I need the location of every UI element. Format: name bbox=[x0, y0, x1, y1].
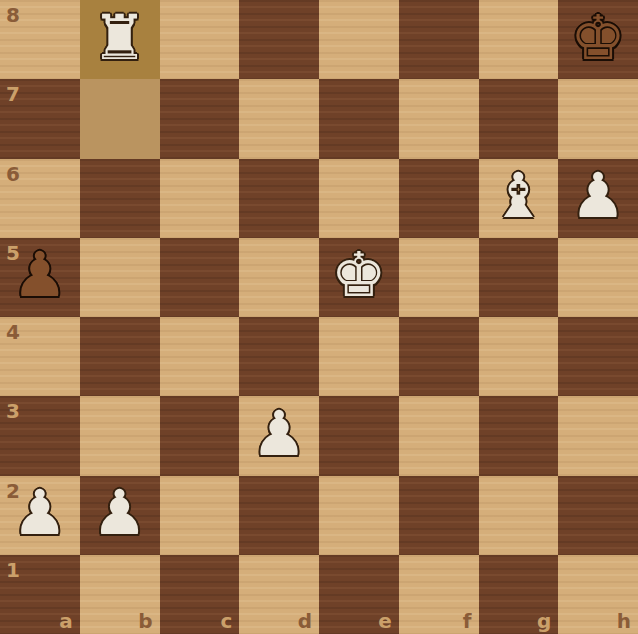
square-a3[interactable]: 3 bbox=[0, 396, 80, 475]
square-e8[interactable] bbox=[319, 0, 399, 79]
square-h5[interactable] bbox=[558, 238, 638, 317]
square-d8[interactable] bbox=[239, 0, 319, 79]
rank-label-4: 4 bbox=[6, 322, 20, 342]
square-c1[interactable]: c bbox=[160, 555, 240, 634]
square-f1[interactable]: f bbox=[399, 555, 479, 634]
square-a7[interactable]: 7 bbox=[0, 79, 80, 158]
square-e1[interactable]: e bbox=[319, 555, 399, 634]
square-e7[interactable] bbox=[319, 79, 399, 158]
square-d5[interactable] bbox=[239, 238, 319, 317]
square-b5[interactable] bbox=[80, 238, 160, 317]
square-h6[interactable]: ♟ bbox=[558, 159, 638, 238]
square-a6[interactable]: 6 bbox=[0, 159, 80, 238]
white-king[interactable]: ♚ bbox=[331, 244, 387, 306]
square-f2[interactable] bbox=[399, 476, 479, 555]
rank-label-3: 3 bbox=[6, 401, 20, 421]
square-g5[interactable] bbox=[479, 238, 559, 317]
square-h1[interactable]: h bbox=[558, 555, 638, 634]
white-rook[interactable]: ♜ bbox=[92, 7, 148, 69]
square-f8[interactable] bbox=[399, 0, 479, 79]
square-c4[interactable] bbox=[160, 317, 240, 396]
rank-label-1: 1 bbox=[6, 560, 20, 580]
square-e4[interactable] bbox=[319, 317, 399, 396]
square-a5[interactable]: 5♟ bbox=[0, 238, 80, 317]
square-e6[interactable] bbox=[319, 159, 399, 238]
square-g3[interactable] bbox=[479, 396, 559, 475]
square-c6[interactable] bbox=[160, 159, 240, 238]
square-b3[interactable] bbox=[80, 396, 160, 475]
square-d7[interactable] bbox=[239, 79, 319, 158]
file-label-b: b bbox=[138, 611, 152, 631]
square-e5[interactable]: ♚ bbox=[319, 238, 399, 317]
file-label-a: a bbox=[59, 611, 73, 631]
square-b4[interactable] bbox=[80, 317, 160, 396]
chess-board: 8♜♚76♝♟5♟♚43♟2♟♟1abcdefgh bbox=[0, 0, 638, 634]
square-a1[interactable]: 1a bbox=[0, 555, 80, 634]
square-e3[interactable] bbox=[319, 396, 399, 475]
file-label-g: g bbox=[537, 611, 551, 631]
square-b7[interactable] bbox=[80, 79, 160, 158]
white-bishop[interactable]: ♝ bbox=[491, 165, 547, 227]
white-pawn[interactable]: ♟ bbox=[92, 482, 148, 544]
square-e2[interactable] bbox=[319, 476, 399, 555]
square-b2[interactable]: ♟ bbox=[80, 476, 160, 555]
square-g8[interactable] bbox=[479, 0, 559, 79]
square-g2[interactable] bbox=[479, 476, 559, 555]
square-f5[interactable] bbox=[399, 238, 479, 317]
square-c3[interactable] bbox=[160, 396, 240, 475]
square-f4[interactable] bbox=[399, 317, 479, 396]
black-pawn[interactable]: ♟ bbox=[12, 244, 68, 306]
square-h4[interactable] bbox=[558, 317, 638, 396]
square-b1[interactable]: b bbox=[80, 555, 160, 634]
square-h8[interactable]: ♚ bbox=[558, 0, 638, 79]
square-g4[interactable] bbox=[479, 317, 559, 396]
square-h7[interactable] bbox=[558, 79, 638, 158]
white-pawn[interactable]: ♟ bbox=[12, 482, 68, 544]
rank-label-6: 6 bbox=[6, 164, 20, 184]
square-d3[interactable]: ♟ bbox=[239, 396, 319, 475]
file-label-c: c bbox=[220, 611, 232, 631]
square-b6[interactable] bbox=[80, 159, 160, 238]
black-king[interactable]: ♚ bbox=[570, 7, 626, 69]
square-f3[interactable] bbox=[399, 396, 479, 475]
square-d4[interactable] bbox=[239, 317, 319, 396]
square-d2[interactable] bbox=[239, 476, 319, 555]
square-c7[interactable] bbox=[160, 79, 240, 158]
white-pawn[interactable]: ♟ bbox=[570, 165, 626, 227]
square-g1[interactable]: g bbox=[479, 555, 559, 634]
rank-label-8: 8 bbox=[6, 5, 20, 25]
square-f6[interactable] bbox=[399, 159, 479, 238]
file-label-e: e bbox=[378, 611, 392, 631]
white-pawn[interactable]: ♟ bbox=[251, 403, 307, 465]
square-b8[interactable]: ♜ bbox=[80, 0, 160, 79]
square-c8[interactable] bbox=[160, 0, 240, 79]
square-h2[interactable] bbox=[558, 476, 638, 555]
square-d1[interactable]: d bbox=[239, 555, 319, 634]
file-label-d: d bbox=[298, 611, 312, 631]
square-c5[interactable] bbox=[160, 238, 240, 317]
file-label-h: h bbox=[617, 611, 631, 631]
square-h3[interactable] bbox=[558, 396, 638, 475]
file-label-f: f bbox=[463, 611, 472, 631]
square-c2[interactable] bbox=[160, 476, 240, 555]
square-a4[interactable]: 4 bbox=[0, 317, 80, 396]
square-d6[interactable] bbox=[239, 159, 319, 238]
rank-label-7: 7 bbox=[6, 84, 20, 104]
square-a2[interactable]: 2♟ bbox=[0, 476, 80, 555]
square-g6[interactable]: ♝ bbox=[479, 159, 559, 238]
square-f7[interactable] bbox=[399, 79, 479, 158]
square-a8[interactable]: 8 bbox=[0, 0, 80, 79]
square-g7[interactable] bbox=[479, 79, 559, 158]
